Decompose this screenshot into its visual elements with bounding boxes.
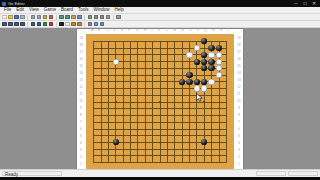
coordinate-label: S (220, 29, 222, 32)
star-point (159, 142, 161, 144)
coordinate-label: 7 (79, 121, 83, 124)
save-icon[interactable] (14, 15, 19, 20)
menu-item-window[interactable]: Window (92, 7, 112, 13)
black-stone (208, 59, 214, 65)
black-stone (201, 59, 207, 65)
toolbar-separator (27, 15, 28, 20)
undo-icon[interactable] (59, 15, 64, 20)
coordinate-label: G (136, 29, 138, 32)
status-spacer (64, 171, 254, 177)
black-stone (194, 79, 200, 85)
white-stone (216, 52, 222, 58)
white-stone (208, 79, 214, 85)
app-window: Go Editor ─ □ ✕ FileEditViewGameBoardToo… (0, 0, 320, 180)
status-panel-1 (256, 171, 286, 177)
menu-item-view[interactable]: View (27, 7, 41, 13)
menu-item-tools[interactable]: Tools (76, 7, 91, 13)
coordinate-label: H (144, 29, 146, 32)
mouse-cursor-icon (196, 93, 203, 102)
black-stone (186, 79, 192, 85)
delete-icon[interactable] (49, 15, 54, 20)
next-move-icon[interactable] (20, 22, 25, 27)
move-tree-icon[interactable] (88, 15, 93, 20)
star-point (115, 101, 117, 103)
paste-icon[interactable] (43, 15, 48, 20)
first-move-icon[interactable] (2, 22, 7, 27)
coordinate-label: 4 (237, 142, 241, 145)
print-icon[interactable] (20, 15, 25, 20)
coordinate-label: 8 (79, 114, 83, 117)
coordinate-label: 1 (237, 163, 241, 166)
coordinate-label: 15 (237, 65, 241, 68)
black-stone (179, 79, 185, 85)
toolbar-nav (0, 21, 320, 28)
redo-icon[interactable] (65, 15, 70, 20)
goban[interactable] (86, 34, 234, 169)
coordinate-label: J (151, 29, 153, 32)
black-stone-tool-icon[interactable] (59, 22, 64, 27)
coordinates-right: 19181716151413121110987654321 (237, 34, 241, 169)
coordinate-label: 11 (237, 93, 241, 96)
close-icon[interactable]: ✕ (311, 1, 317, 6)
coordinate-label: T (227, 29, 229, 32)
show-numbers-icon[interactable] (100, 15, 105, 20)
window-title: Go Editor (8, 1, 293, 6)
coordinate-label: 19 (237, 37, 241, 40)
coordinate-label: L (166, 29, 168, 32)
triangle-mark-icon[interactable] (71, 22, 76, 27)
coordinate-label: 9 (237, 107, 241, 110)
coordinate-label: 14 (79, 72, 83, 75)
coordinate-label: 5 (79, 135, 83, 138)
menu-item-board[interactable]: Board (59, 7, 75, 13)
game-info-icon[interactable] (77, 15, 82, 20)
coordinates-left: 19181716151413121110987654321 (79, 34, 83, 169)
cut-icon[interactable] (31, 15, 36, 20)
status-panel-2 (288, 171, 318, 177)
coordinate-label: 1 (79, 163, 83, 166)
toolbar-separator (56, 22, 57, 27)
coordinate-label: C (106, 29, 108, 32)
star-point (159, 101, 161, 103)
coordinate-label: 5 (237, 135, 241, 138)
menu-item-game[interactable]: Game (42, 7, 58, 13)
coordinate-label: 7 (237, 121, 241, 124)
coordinate-label: 12 (237, 86, 241, 89)
show-letters-icon[interactable] (94, 15, 99, 20)
coordinate-label: P (197, 29, 199, 32)
window-controls: ─ □ ✕ (293, 1, 317, 6)
white-stone (216, 65, 222, 71)
coordinate-label: O (189, 29, 191, 32)
coordinate-label: 6 (79, 128, 83, 131)
black-stone (201, 79, 207, 85)
coordinate-label: B (98, 29, 100, 32)
black-stone (113, 139, 119, 145)
status-message: Ready (2, 171, 62, 177)
open-file-icon[interactable] (8, 15, 13, 20)
black-stone (194, 59, 200, 65)
black-stone (216, 45, 222, 51)
fast-forward-icon[interactable] (31, 22, 36, 27)
coordinate-label: 15 (79, 65, 83, 68)
coordinate-label: 8 (237, 114, 241, 117)
coordinate-label: 4 (79, 142, 83, 145)
goban-grid (90, 38, 230, 166)
coordinate-label: 2 (237, 156, 241, 159)
new-file-icon[interactable] (2, 15, 7, 20)
coordinate-label: 17 (79, 51, 83, 54)
black-stone (208, 45, 214, 51)
status-bar: Ready (0, 169, 320, 177)
previous-move-icon[interactable] (14, 22, 19, 27)
coordinate-label: 3 (237, 149, 241, 152)
toolbar-separator (113, 15, 114, 20)
fast-backward-icon[interactable] (8, 22, 13, 27)
coordinate-label: D (113, 29, 115, 32)
title-bar[interactable]: Go Editor ─ □ ✕ (0, 0, 320, 7)
star-point (203, 101, 205, 103)
coordinate-label: 13 (79, 79, 83, 82)
black-stone (208, 65, 214, 71)
coordinate-label: Q (204, 29, 206, 32)
coordinate-label: 18 (237, 44, 241, 47)
coordinate-label: 16 (79, 58, 83, 61)
app-icon (2, 2, 6, 6)
coordinate-label: 6 (237, 128, 241, 131)
maximize-icon[interactable]: □ (302, 1, 308, 6)
white-stone (194, 85, 200, 91)
zoom-icon[interactable] (106, 15, 111, 20)
black-stone (201, 52, 207, 58)
white-stone-tool-icon[interactable] (65, 22, 70, 27)
label-tool-icon[interactable] (88, 22, 93, 27)
coordinate-label: 17 (237, 51, 241, 54)
coordinate-label: M (173, 29, 176, 32)
board-setup-icon[interactable] (71, 15, 76, 20)
toolbar-separator (56, 15, 57, 20)
toolbar-separator (84, 22, 85, 27)
white-stone (216, 72, 222, 78)
coordinate-label: 2 (79, 156, 83, 159)
black-stone (186, 72, 192, 78)
menu-bar: FileEditViewGameBoardToolsWindowHelp (0, 7, 320, 14)
toolbar-main (0, 14, 320, 21)
coordinate-label: F (129, 29, 131, 32)
coordinate-label: 14 (237, 72, 241, 75)
workspace: ABCDEFGHJKLMNOPQRST ABCDEFGHJKLMNOPQRST … (0, 28, 320, 169)
coordinate-label: K (158, 29, 160, 32)
coordinate-label: 19 (79, 37, 83, 40)
minimize-icon[interactable]: ─ (293, 1, 299, 6)
stop-icon[interactable] (49, 22, 54, 27)
screen-edge (0, 177, 320, 180)
white-stone (113, 59, 119, 65)
comment-icon[interactable] (94, 22, 99, 27)
coordinate-label: 10 (237, 100, 241, 103)
coordinate-label: N (181, 29, 183, 32)
coordinate-label: 10 (79, 100, 83, 103)
star-point (159, 61, 161, 63)
settings-icon[interactable] (116, 15, 121, 20)
coordinate-label: 9 (79, 107, 83, 110)
coordinate-label: 13 (237, 79, 241, 82)
help-icon[interactable] (100, 22, 105, 27)
menu-item-file[interactable]: File (2, 7, 13, 13)
coordinate-label: 16 (237, 58, 241, 61)
play-icon[interactable] (43, 22, 48, 27)
coordinate-label: 12 (79, 86, 83, 89)
board-panel: ABCDEFGHJKLMNOPQRST ABCDEFGHJKLMNOPQRST … (77, 29, 243, 169)
last-move-icon[interactable] (37, 22, 42, 27)
white-stone (194, 45, 200, 51)
coordinate-label: 18 (79, 44, 83, 47)
coordinate-label: R (212, 29, 214, 32)
square-mark-icon[interactable] (77, 22, 82, 27)
white-stone (208, 52, 214, 58)
coordinate-label: E (121, 29, 123, 32)
toolbar-separator (84, 15, 85, 20)
menu-item-help[interactable]: Help (113, 7, 126, 13)
coordinates-top: ABCDEFGHJKLMNOPQRST (86, 29, 234, 33)
black-stone (201, 65, 207, 71)
white-stone (201, 85, 207, 91)
coordinate-label: 3 (79, 149, 83, 152)
black-stone (201, 38, 207, 44)
coordinate-label: A (91, 29, 93, 32)
toolbar-separator (27, 22, 28, 27)
copy-icon[interactable] (37, 15, 42, 20)
coordinate-label: 11 (79, 93, 83, 96)
black-stone (201, 139, 207, 145)
white-stone (216, 59, 222, 65)
menu-item-edit[interactable]: Edit (14, 7, 26, 13)
white-stone (186, 52, 192, 58)
